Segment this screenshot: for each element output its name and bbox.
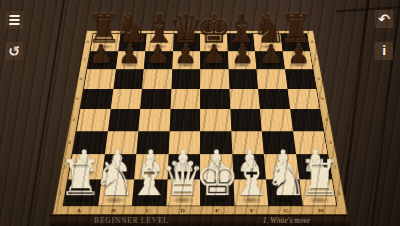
square-b5[interactable] [110, 89, 142, 110]
chess-app-screen: ↺ ↶ i ABCDEFGH 87654321 87654321 ♜♞♝♛♚♝♞… [0, 0, 400, 226]
rotate-board-button[interactable]: ↺ [5, 42, 23, 60]
square-f4[interactable] [230, 109, 262, 131]
file-label-d: D [165, 206, 200, 215]
square-b6[interactable] [113, 69, 144, 88]
square-h7[interactable] [282, 51, 313, 69]
file-label-a: A [61, 206, 97, 215]
square-h3[interactable] [293, 131, 328, 154]
square-b8[interactable] [118, 34, 147, 51]
square-c5[interactable] [140, 89, 171, 110]
square-e4[interactable] [200, 109, 231, 131]
square-h1[interactable] [299, 179, 337, 206]
info-button[interactable]: i [375, 42, 393, 60]
square-e5[interactable] [200, 89, 230, 110]
square-f6[interactable] [228, 69, 258, 88]
square-e3[interactable] [200, 131, 232, 154]
square-c3[interactable] [136, 131, 169, 154]
info-icon: i [382, 44, 386, 58]
board-squares [62, 33, 337, 206]
square-h8[interactable] [280, 34, 310, 51]
square-a5[interactable] [80, 89, 113, 110]
square-d2[interactable] [167, 154, 200, 179]
menu-icon [9, 15, 20, 17]
board-front-edge: BEGINNER LEVEL 1. White's move [50, 215, 350, 226]
square-f1[interactable] [233, 179, 268, 206]
menu-button[interactable] [5, 11, 23, 29]
undo-icon: ↶ [378, 11, 390, 27]
undo-button[interactable]: ↶ [375, 10, 393, 28]
file-label-f: F [234, 206, 269, 215]
file-label-c: C [131, 206, 166, 215]
square-e6[interactable] [200, 69, 229, 88]
square-d6[interactable] [171, 69, 200, 88]
square-b4[interactable] [107, 109, 140, 131]
square-d4[interactable] [169, 109, 200, 131]
square-e8[interactable] [200, 34, 227, 51]
board-scene: ABCDEFGH 87654321 87654321 ♜♞♝♛♚♝♞♜♟♟♟♟♟… [52, 0, 348, 215]
square-c1[interactable] [132, 179, 167, 206]
square-h2[interactable] [296, 154, 332, 179]
level-label: BEGINNER LEVEL [94, 216, 169, 225]
square-c8[interactable] [145, 34, 173, 51]
square-e2[interactable] [200, 154, 233, 179]
square-a3[interactable] [73, 131, 108, 154]
square-g1[interactable] [266, 179, 302, 206]
square-f7[interactable] [227, 51, 256, 69]
move-status-label: 1. White's move [263, 216, 310, 225]
square-b7[interactable] [115, 51, 145, 69]
square-d7[interactable] [172, 51, 200, 69]
square-c4[interactable] [138, 109, 170, 131]
square-g8[interactable] [253, 34, 282, 51]
file-label-b: B [96, 206, 131, 215]
square-a1[interactable] [64, 179, 102, 206]
square-f3[interactable] [231, 131, 264, 154]
square-g4[interactable] [260, 109, 293, 131]
square-g5[interactable] [258, 89, 290, 110]
file-labels: ABCDEFGH [61, 206, 339, 215]
square-a2[interactable] [68, 154, 104, 179]
square-d8[interactable] [173, 34, 200, 51]
square-b3[interactable] [104, 131, 138, 154]
square-e7[interactable] [200, 51, 228, 69]
square-h4[interactable] [290, 109, 324, 131]
square-h5[interactable] [287, 89, 320, 110]
file-label-g: G [269, 206, 304, 215]
square-f8[interactable] [227, 34, 255, 51]
square-e1[interactable] [200, 179, 234, 206]
square-f5[interactable] [229, 89, 260, 110]
square-c2[interactable] [134, 154, 168, 179]
square-b1[interactable] [98, 179, 134, 206]
chess-board[interactable]: ABCDEFGH 87654321 87654321 ♜♞♝♛♚♝♞♜♟♟♟♟♟… [52, 30, 348, 215]
square-g3[interactable] [262, 131, 296, 154]
square-f2[interactable] [232, 154, 266, 179]
square-d1[interactable] [166, 179, 200, 206]
square-d5[interactable] [170, 89, 200, 110]
rotate-icon: ↺ [8, 43, 20, 59]
square-a6[interactable] [84, 69, 116, 88]
square-b2[interactable] [101, 154, 136, 179]
file-label-h: H [303, 206, 339, 215]
square-c7[interactable] [144, 51, 173, 69]
square-g7[interactable] [255, 51, 285, 69]
square-h6[interactable] [285, 69, 317, 88]
file-label-e: E [200, 206, 235, 215]
square-a8[interactable] [90, 34, 120, 51]
square-a7[interactable] [87, 51, 118, 69]
square-g6[interactable] [256, 69, 287, 88]
square-a4[interactable] [77, 109, 111, 131]
square-g2[interactable] [264, 154, 299, 179]
wood-seam [368, 0, 400, 226]
square-d3[interactable] [168, 131, 200, 154]
square-c6[interactable] [142, 69, 172, 88]
